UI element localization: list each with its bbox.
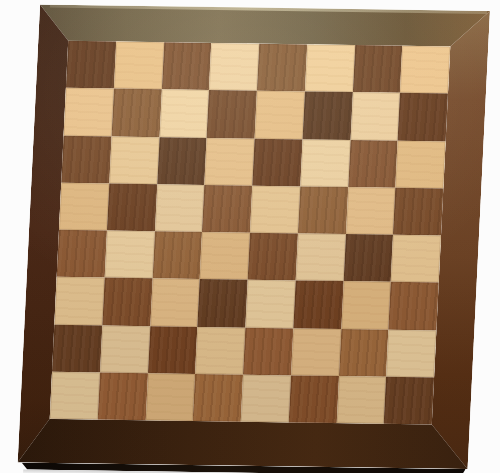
square-r6c7	[341, 281, 391, 329]
square-r5c6	[295, 233, 345, 281]
square-r7c3	[148, 326, 198, 374]
square-r7c6	[291, 328, 341, 376]
square-r8c5	[241, 374, 291, 422]
photo-background	[0, 0, 500, 473]
square-r6c1	[54, 277, 104, 325]
square-r6c8	[389, 282, 439, 330]
square-r7c1	[52, 324, 102, 372]
square-r2c5	[255, 91, 305, 139]
square-r1c7	[352, 45, 402, 93]
square-r1c2	[114, 42, 164, 90]
square-r8c7	[336, 376, 386, 424]
square-r2c4	[207, 90, 257, 138]
square-r1c5	[257, 44, 307, 92]
square-r4c2	[107, 183, 157, 231]
square-r2c8	[398, 93, 448, 141]
square-r5c2	[104, 231, 154, 279]
square-r2c3	[159, 90, 209, 138]
square-r8c2	[98, 372, 148, 420]
square-r4c3	[154, 184, 204, 232]
square-r1c1	[66, 41, 116, 89]
square-r3c6	[300, 139, 350, 187]
square-r1c6	[305, 44, 355, 92]
square-r5c3	[152, 231, 202, 279]
chess-board	[18, 4, 490, 469]
square-r8c4	[193, 374, 243, 422]
square-r5c4	[200, 232, 250, 280]
square-r4c6	[298, 186, 348, 234]
square-r6c3	[150, 279, 200, 327]
square-r6c6	[293, 281, 343, 329]
square-r1c4	[209, 43, 259, 91]
square-r3c3	[157, 137, 207, 185]
square-r1c8	[400, 46, 450, 94]
square-r8c3	[145, 373, 195, 421]
square-r4c7	[345, 187, 395, 235]
square-r7c7	[339, 329, 389, 377]
square-r5c8	[391, 235, 441, 283]
square-r5c7	[343, 234, 393, 282]
square-r3c5	[252, 138, 302, 186]
square-r7c8	[386, 329, 436, 377]
square-r7c5	[243, 327, 293, 375]
square-r3c1	[61, 135, 111, 183]
square-r5c1	[57, 230, 107, 278]
square-r2c7	[350, 92, 400, 140]
square-r8c1	[50, 372, 100, 420]
square-r3c7	[348, 140, 398, 188]
square-r3c4	[205, 137, 255, 185]
square-r6c2	[102, 278, 152, 326]
square-r4c8	[393, 188, 443, 236]
square-r4c5	[250, 185, 300, 233]
square-r7c4	[195, 326, 245, 374]
square-r8c8	[384, 377, 434, 425]
square-r4c4	[202, 185, 252, 233]
square-r2c2	[111, 89, 161, 137]
square-r3c8	[396, 140, 446, 188]
board-grid	[50, 41, 450, 425]
square-r7c2	[100, 325, 150, 373]
square-r5c5	[248, 233, 298, 281]
square-r2c6	[302, 92, 352, 140]
square-r6c5	[245, 280, 295, 328]
square-r2c1	[64, 88, 114, 136]
square-r8c6	[289, 375, 339, 423]
square-r1c3	[161, 42, 211, 90]
square-r6c4	[198, 279, 248, 327]
square-r4c1	[59, 183, 109, 231]
square-r3c2	[109, 136, 159, 184]
